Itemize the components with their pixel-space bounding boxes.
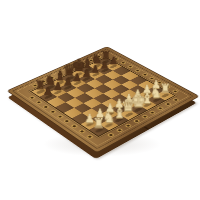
piece-black-bishop: ♝ (48, 69, 71, 83)
square-g5 (112, 75, 129, 84)
chess-board: ♜♞♝♛♚♝♞♜♟♟♟♟♟♟♟♟♟♟♟♟♟♟♟♟♜♞♝♛♚♝♞♜ (6, 46, 199, 153)
ring-ornament (29, 96, 36, 100)
piece-black-pawn: ♟ (75, 68, 98, 79)
chess-set-photo: ♜♞♝♛♚♝♞♜♟♟♟♟♟♟♟♟♟♟♟♟♟♟♟♟♜♞♝♛♚♝♞♜ (0, 0, 200, 200)
piece-black-rook: ♜ (94, 50, 116, 62)
square-f5 (103, 80, 120, 89)
piece-contact-shadow (63, 85, 73, 90)
ring-ornament (63, 119, 70, 123)
piece-black-bishop: ♝ (76, 57, 99, 70)
ring-ornament (133, 119, 141, 123)
ring-ornament (71, 124, 79, 128)
square-g6 (104, 71, 121, 80)
piece-contact-shadow (74, 72, 83, 77)
ring-ornament (172, 98, 179, 102)
square-h5 (121, 71, 138, 80)
square-d6 (77, 83, 95, 92)
square-g7 (96, 66, 113, 75)
ring-ornament (56, 114, 63, 118)
ring-ornament (141, 73, 148, 77)
piece-contact-shadow (55, 80, 65, 85)
piece-contact-shadow (101, 60, 110, 64)
ring-ornament (127, 65, 134, 68)
piece-contact-shadow (82, 77, 91, 82)
square-c7 (59, 83, 77, 92)
ring-ornament (120, 61, 127, 64)
scene: ♜♞♝♛♚♝♞♜♟♟♟♟♟♟♟♟♟♟♟♟♟♟♟♟♜♞♝♛♚♝♞♜ (0, 0, 200, 200)
square-h7 (105, 62, 122, 71)
square-d8 (61, 74, 78, 83)
piece-black-pawn: ♟ (66, 72, 89, 83)
ring-ornament (113, 57, 120, 60)
ring-ornament (86, 134, 94, 139)
ring-ornament (40, 80, 47, 84)
piece-contact-shadow (91, 72, 100, 77)
piece-black-king: ♚ (67, 58, 90, 74)
ring-ornament (88, 59, 95, 62)
square-e6 (86, 79, 103, 88)
piece-contact-shadow (83, 68, 92, 73)
piece-black-pawn: ♟ (36, 86, 60, 97)
piece-contact-shadow (109, 64, 118, 69)
ring-ornament (35, 100, 42, 104)
square-f8 (79, 66, 96, 75)
square-d7 (69, 79, 86, 88)
ring-ornament (73, 65, 80, 68)
piece-contact-shadow (65, 76, 74, 81)
ring-ornament (116, 128, 124, 132)
piece-contact-shadow (73, 81, 83, 86)
ring-ornament (134, 69, 141, 72)
square-e8 (70, 70, 87, 79)
ring-ornament (141, 115, 148, 119)
ring-ornament (65, 69, 72, 72)
square-f6 (95, 75, 112, 84)
piece-black-pawn: ♟ (102, 56, 125, 66)
piece-white-rook: ♜ (86, 117, 112, 131)
ring-ornament (42, 105, 49, 109)
ring-ornament (107, 133, 115, 138)
ring-ornament (57, 73, 64, 77)
piece-black-knight: ♞ (85, 53, 108, 66)
square-h8 (97, 58, 114, 66)
square-g8 (88, 62, 105, 71)
ring-ornament (124, 124, 132, 128)
ring-ornament (96, 55, 102, 58)
ring-ornament (165, 102, 172, 106)
square-e7 (78, 74, 95, 83)
piece-contact-shadow (100, 68, 109, 73)
ring-ornament (149, 110, 156, 114)
piece-black-queen: ♛ (58, 63, 81, 78)
ring-ornament (80, 62, 87, 65)
ring-ornament (49, 110, 56, 114)
piece-black-pawn: ♟ (93, 60, 116, 70)
ring-ornament (48, 76, 55, 80)
piece-black-pawn: ♟ (84, 64, 107, 75)
square-f7 (87, 70, 104, 79)
ring-ornament (149, 77, 156, 81)
ring-ornament (157, 106, 164, 110)
piece-contact-shadow (92, 64, 101, 69)
square-e5 (94, 84, 112, 94)
square-h6 (113, 67, 130, 76)
